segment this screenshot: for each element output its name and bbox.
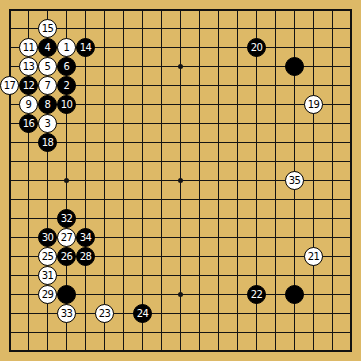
stone-white-move-31[interactable]: 31 (38, 266, 57, 285)
stone-black-handicap[interactable] (57, 285, 76, 304)
stone-white-move-13[interactable]: 13 (19, 57, 38, 76)
stone-white-move-19[interactable]: 19 (304, 95, 323, 114)
stone-black-move-6[interactable]: 6 (57, 57, 76, 76)
stone-black-move-8[interactable]: 8 (38, 95, 57, 114)
stone-black-move-30[interactable]: 30 (38, 228, 57, 247)
stone-white-move-21[interactable]: 21 (304, 247, 323, 266)
stone-black-move-20[interactable]: 20 (247, 38, 266, 57)
stone-white-move-35[interactable]: 35 (285, 171, 304, 190)
stone-white-move-27[interactable]: 27 (57, 228, 76, 247)
stone-black-move-34[interactable]: 34 (76, 228, 95, 247)
stone-black-move-26[interactable]: 26 (57, 247, 76, 266)
go-board[interactable]: 1234567891011121314151617181920212223242… (0, 0, 361, 361)
stone-black-move-14[interactable]: 14 (76, 38, 95, 57)
stone-white-move-7[interactable]: 7 (38, 76, 57, 95)
stone-white-move-11[interactable]: 11 (19, 38, 38, 57)
stone-black-move-10[interactable]: 10 (57, 95, 76, 114)
stone-white-move-3[interactable]: 3 (38, 114, 57, 133)
stones-layer: 1234567891011121314151617181920212223242… (0, 0, 361, 361)
stone-white-move-33[interactable]: 33 (57, 304, 76, 323)
stone-white-move-25[interactable]: 25 (38, 247, 57, 266)
stone-white-move-29[interactable]: 29 (38, 285, 57, 304)
stone-black-move-32[interactable]: 32 (57, 209, 76, 228)
stone-black-move-12[interactable]: 12 (19, 76, 38, 95)
stone-black-move-4[interactable]: 4 (38, 38, 57, 57)
stone-white-move-23[interactable]: 23 (95, 304, 114, 323)
stone-black-move-16[interactable]: 16 (19, 114, 38, 133)
stone-white-move-17[interactable]: 17 (0, 76, 19, 95)
stone-black-move-18[interactable]: 18 (38, 133, 57, 152)
stone-black-handicap[interactable] (285, 57, 304, 76)
stone-white-move-1[interactable]: 1 (57, 38, 76, 57)
stone-black-move-24[interactable]: 24 (133, 304, 152, 323)
stone-white-move-9[interactable]: 9 (19, 95, 38, 114)
stone-black-move-22[interactable]: 22 (247, 285, 266, 304)
stone-white-move-5[interactable]: 5 (38, 57, 57, 76)
stone-black-move-28[interactable]: 28 (76, 247, 95, 266)
stone-white-move-15[interactable]: 15 (38, 19, 57, 38)
stone-black-handicap[interactable] (285, 285, 304, 304)
stone-black-move-2[interactable]: 2 (57, 76, 76, 95)
